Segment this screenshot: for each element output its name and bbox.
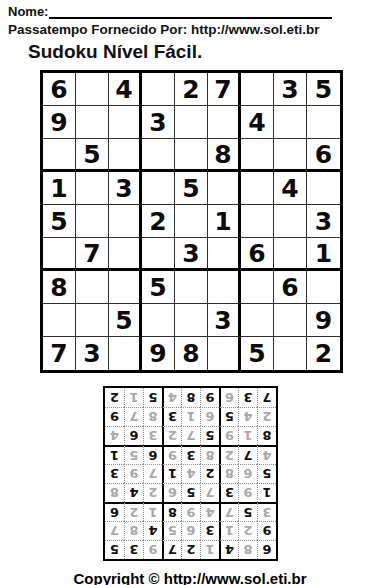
puzzle-cell: [241, 73, 274, 106]
puzzle-cell: 6: [274, 271, 307, 304]
provider-line: Passatempo Fornecido Por: http://www.sol…: [8, 22, 372, 37]
solution-cell: 5: [200, 426, 219, 445]
puzzle-cell: [142, 73, 175, 106]
solution-cell: 5: [105, 540, 124, 559]
puzzle-cell: [109, 238, 142, 271]
puzzle-cell: 5: [307, 73, 340, 106]
puzzle-cell: [175, 106, 208, 139]
puzzle-cell: 5: [175, 172, 208, 205]
puzzle-cell: 8: [175, 337, 208, 370]
puzzle-cell: [76, 106, 109, 139]
solution-cell: 1: [124, 388, 143, 407]
solution-cell: 7: [257, 388, 276, 407]
solution-area: 6841279359213654873574981261937562485682…: [0, 386, 380, 561]
puzzle-cell: [109, 271, 142, 304]
puzzle-cell: 3: [76, 337, 109, 370]
solution-cell: 8: [181, 388, 200, 407]
puzzle-cell: 5: [76, 139, 109, 172]
puzzle-cell: [241, 205, 274, 238]
solution-cell: 8: [162, 502, 181, 521]
puzzle-cell: [175, 205, 208, 238]
puzzle-cell: 8: [43, 271, 76, 304]
puzzle-cell: [241, 172, 274, 205]
solution-cell: 4: [219, 540, 238, 559]
puzzle-cell: 4: [241, 106, 274, 139]
puzzle-cell: 1: [208, 205, 241, 238]
solution-cell: 4: [124, 483, 143, 502]
solution-cell: 8: [200, 445, 219, 464]
puzzle-cell: [307, 172, 340, 205]
solution-cell: 2: [181, 540, 200, 559]
solution-cell: 6: [162, 483, 181, 502]
solution-cell: 7: [238, 445, 257, 464]
puzzle-cell: [142, 139, 175, 172]
puzzle-cell: [307, 271, 340, 304]
puzzle-cell: 3: [109, 172, 142, 205]
puzzle-cell: 9: [142, 337, 175, 370]
puzzle-cell: [109, 106, 142, 139]
solution-cell: 9: [143, 540, 162, 559]
solution-cell: 3: [143, 426, 162, 445]
puzzle-cell: [241, 304, 274, 337]
solution-cell: 7: [200, 483, 219, 502]
puzzle-cell: 2: [307, 337, 340, 370]
puzzle-cell: 7: [76, 238, 109, 271]
solution-cell: 3: [105, 464, 124, 483]
puzzle-cell: [274, 106, 307, 139]
solution-cell: 2: [200, 464, 219, 483]
puzzle-cell: 3: [208, 304, 241, 337]
solution-cell: 3: [181, 445, 200, 464]
solution-cell: 1: [162, 464, 181, 483]
puzzle-cell: [208, 238, 241, 271]
solution-cell: 5: [181, 483, 200, 502]
solution-cell: 9: [181, 502, 200, 521]
solution-cell: 2: [219, 445, 238, 464]
puzzle-cell: [43, 304, 76, 337]
puzzle-cell: 9: [43, 106, 76, 139]
solution-cell: 2: [105, 388, 124, 407]
puzzle-cell: 9: [307, 304, 340, 337]
solution-cell: 1: [143, 502, 162, 521]
solution-cell: 2: [162, 426, 181, 445]
puzzle-cell: 2: [175, 73, 208, 106]
solution-cell: 8: [124, 521, 143, 540]
name-label: Nome:: [8, 4, 48, 19]
puzzle-cell: 2: [142, 205, 175, 238]
puzzle-cell: 4: [109, 73, 142, 106]
solution-cell: 2: [124, 502, 143, 521]
solution-cell: 7: [219, 502, 238, 521]
puzzle-cell: [175, 304, 208, 337]
solution-cell: 9: [124, 464, 143, 483]
puzzle-cell: [109, 205, 142, 238]
solution-cell: 6: [143, 445, 162, 464]
solution-cell: 8: [257, 426, 276, 445]
solution-cell: 3: [257, 502, 276, 521]
solution-cell: 4: [105, 426, 124, 445]
puzzle-cell: 5: [241, 337, 274, 370]
solution-cell: 7: [162, 540, 181, 559]
puzzle-cell: [142, 238, 175, 271]
puzzle-cell: [76, 304, 109, 337]
puzzle-cell: [208, 271, 241, 304]
puzzle-cell: [307, 106, 340, 139]
solution-cell: 9: [257, 521, 276, 540]
puzzle-cell: [109, 337, 142, 370]
puzzle-cell: 6: [307, 139, 340, 172]
solution-cell: 3: [200, 521, 219, 540]
puzzle-cell: [76, 271, 109, 304]
puzzle-cell: [43, 139, 76, 172]
solution-cell: 4: [238, 407, 257, 426]
solution-cell: 6: [124, 426, 143, 445]
solution-cell: 9: [162, 445, 181, 464]
solution-cell: 3: [238, 388, 257, 407]
solution-cell: 6: [200, 407, 219, 426]
name-blank-line: [49, 4, 332, 19]
solution-cell: 6: [219, 388, 238, 407]
solution-cell: 9: [105, 407, 124, 426]
solution-cell: 1: [181, 407, 200, 426]
solution-cell: 8: [238, 540, 257, 559]
copyright-line: Copyright © http://www.sol.eti.br: [0, 570, 380, 585]
puzzle-cell: [208, 106, 241, 139]
puzzle-cell: 6: [43, 73, 76, 106]
solution-cell: 4: [200, 502, 219, 521]
solution-cell: 5: [257, 464, 276, 483]
solution-cell: 3: [219, 483, 238, 502]
page-header: Nome: Passatempo Fornecido Por: http://w…: [0, 0, 380, 63]
name-row: Nome:: [8, 3, 372, 19]
solution-cell: 9: [238, 483, 257, 502]
puzzle-cell: [76, 73, 109, 106]
solution-cell: 7: [105, 521, 124, 540]
solution-cell: 1: [257, 483, 276, 502]
puzzle-cell: [175, 271, 208, 304]
puzzle-cell: 3: [175, 238, 208, 271]
puzzle-cell: [109, 139, 142, 172]
puzzle-cell: [208, 337, 241, 370]
solution-cell: 6: [238, 464, 257, 483]
solution-cell: 5: [124, 445, 143, 464]
puzzle-cell: 3: [307, 205, 340, 238]
puzzle-cell: [43, 238, 76, 271]
puzzle-cell: [274, 337, 307, 370]
solution-cell: 9: [200, 388, 219, 407]
page-title: Sudoku Nível Fácil.: [28, 41, 372, 63]
puzzle-grid: 642735934586135452137361856539739852: [40, 70, 343, 373]
solution-cell: 2: [257, 407, 276, 426]
solution-cell: 3: [162, 407, 181, 426]
solution-cell: 4: [257, 445, 276, 464]
solution-cell: 5: [162, 521, 181, 540]
puzzle-cell: [274, 238, 307, 271]
puzzle-cell: 4: [274, 172, 307, 205]
puzzle-cell: 3: [142, 106, 175, 139]
puzzle-cell: 1: [307, 238, 340, 271]
solution-cell: 7: [124, 407, 143, 426]
solution-cell: 1: [219, 521, 238, 540]
solution-cell: 2: [238, 521, 257, 540]
solution-cell: 1: [200, 540, 219, 559]
solution-cell: 1: [105, 445, 124, 464]
puzzle-cell: 3: [274, 73, 307, 106]
puzzle-cell: [274, 139, 307, 172]
solution-cell: 5: [238, 502, 257, 521]
puzzle-cell: 5: [142, 271, 175, 304]
puzzle-cell: [274, 205, 307, 238]
solution-cell: 5: [219, 407, 238, 426]
solution-cell: 2: [143, 483, 162, 502]
puzzle-cell: 6: [241, 238, 274, 271]
solution-cell: 8: [143, 407, 162, 426]
solution-cell: 7: [181, 426, 200, 445]
solution-cell: 4: [143, 521, 162, 540]
solution-cell: 4: [181, 464, 200, 483]
puzzle-cell: [175, 139, 208, 172]
solution-cell: 6: [257, 540, 276, 559]
solution-cell: 9: [219, 426, 238, 445]
solution-cell: 6: [105, 502, 124, 521]
puzzle-cell: 5: [43, 205, 76, 238]
puzzle-cell: [76, 205, 109, 238]
puzzle-cell: 5: [109, 304, 142, 337]
solution-cell: 3: [124, 540, 143, 559]
puzzle-cell: 1: [43, 172, 76, 205]
solution-grid: 6841279359213654873574981261937562485682…: [103, 386, 278, 561]
puzzle-cell: [274, 304, 307, 337]
solution-cell: 5: [143, 388, 162, 407]
puzzle-cell: [241, 139, 274, 172]
solution-cell: 6: [181, 521, 200, 540]
puzzle-cell: 7: [43, 337, 76, 370]
puzzle-cell: [142, 304, 175, 337]
solution-cell: 7: [143, 464, 162, 483]
puzzle-cell: [76, 172, 109, 205]
puzzle-cell: 8: [208, 139, 241, 172]
puzzle-area: 642735934586135452137361856539739852: [40, 70, 380, 373]
solution-cell: 8: [105, 483, 124, 502]
solution-cell: 4: [162, 388, 181, 407]
solution-cell: 1: [238, 426, 257, 445]
solution-cell: 8: [219, 464, 238, 483]
puzzle-cell: [208, 172, 241, 205]
puzzle-cell: 7: [208, 73, 241, 106]
puzzle-cell: [142, 172, 175, 205]
puzzle-cell: [241, 271, 274, 304]
